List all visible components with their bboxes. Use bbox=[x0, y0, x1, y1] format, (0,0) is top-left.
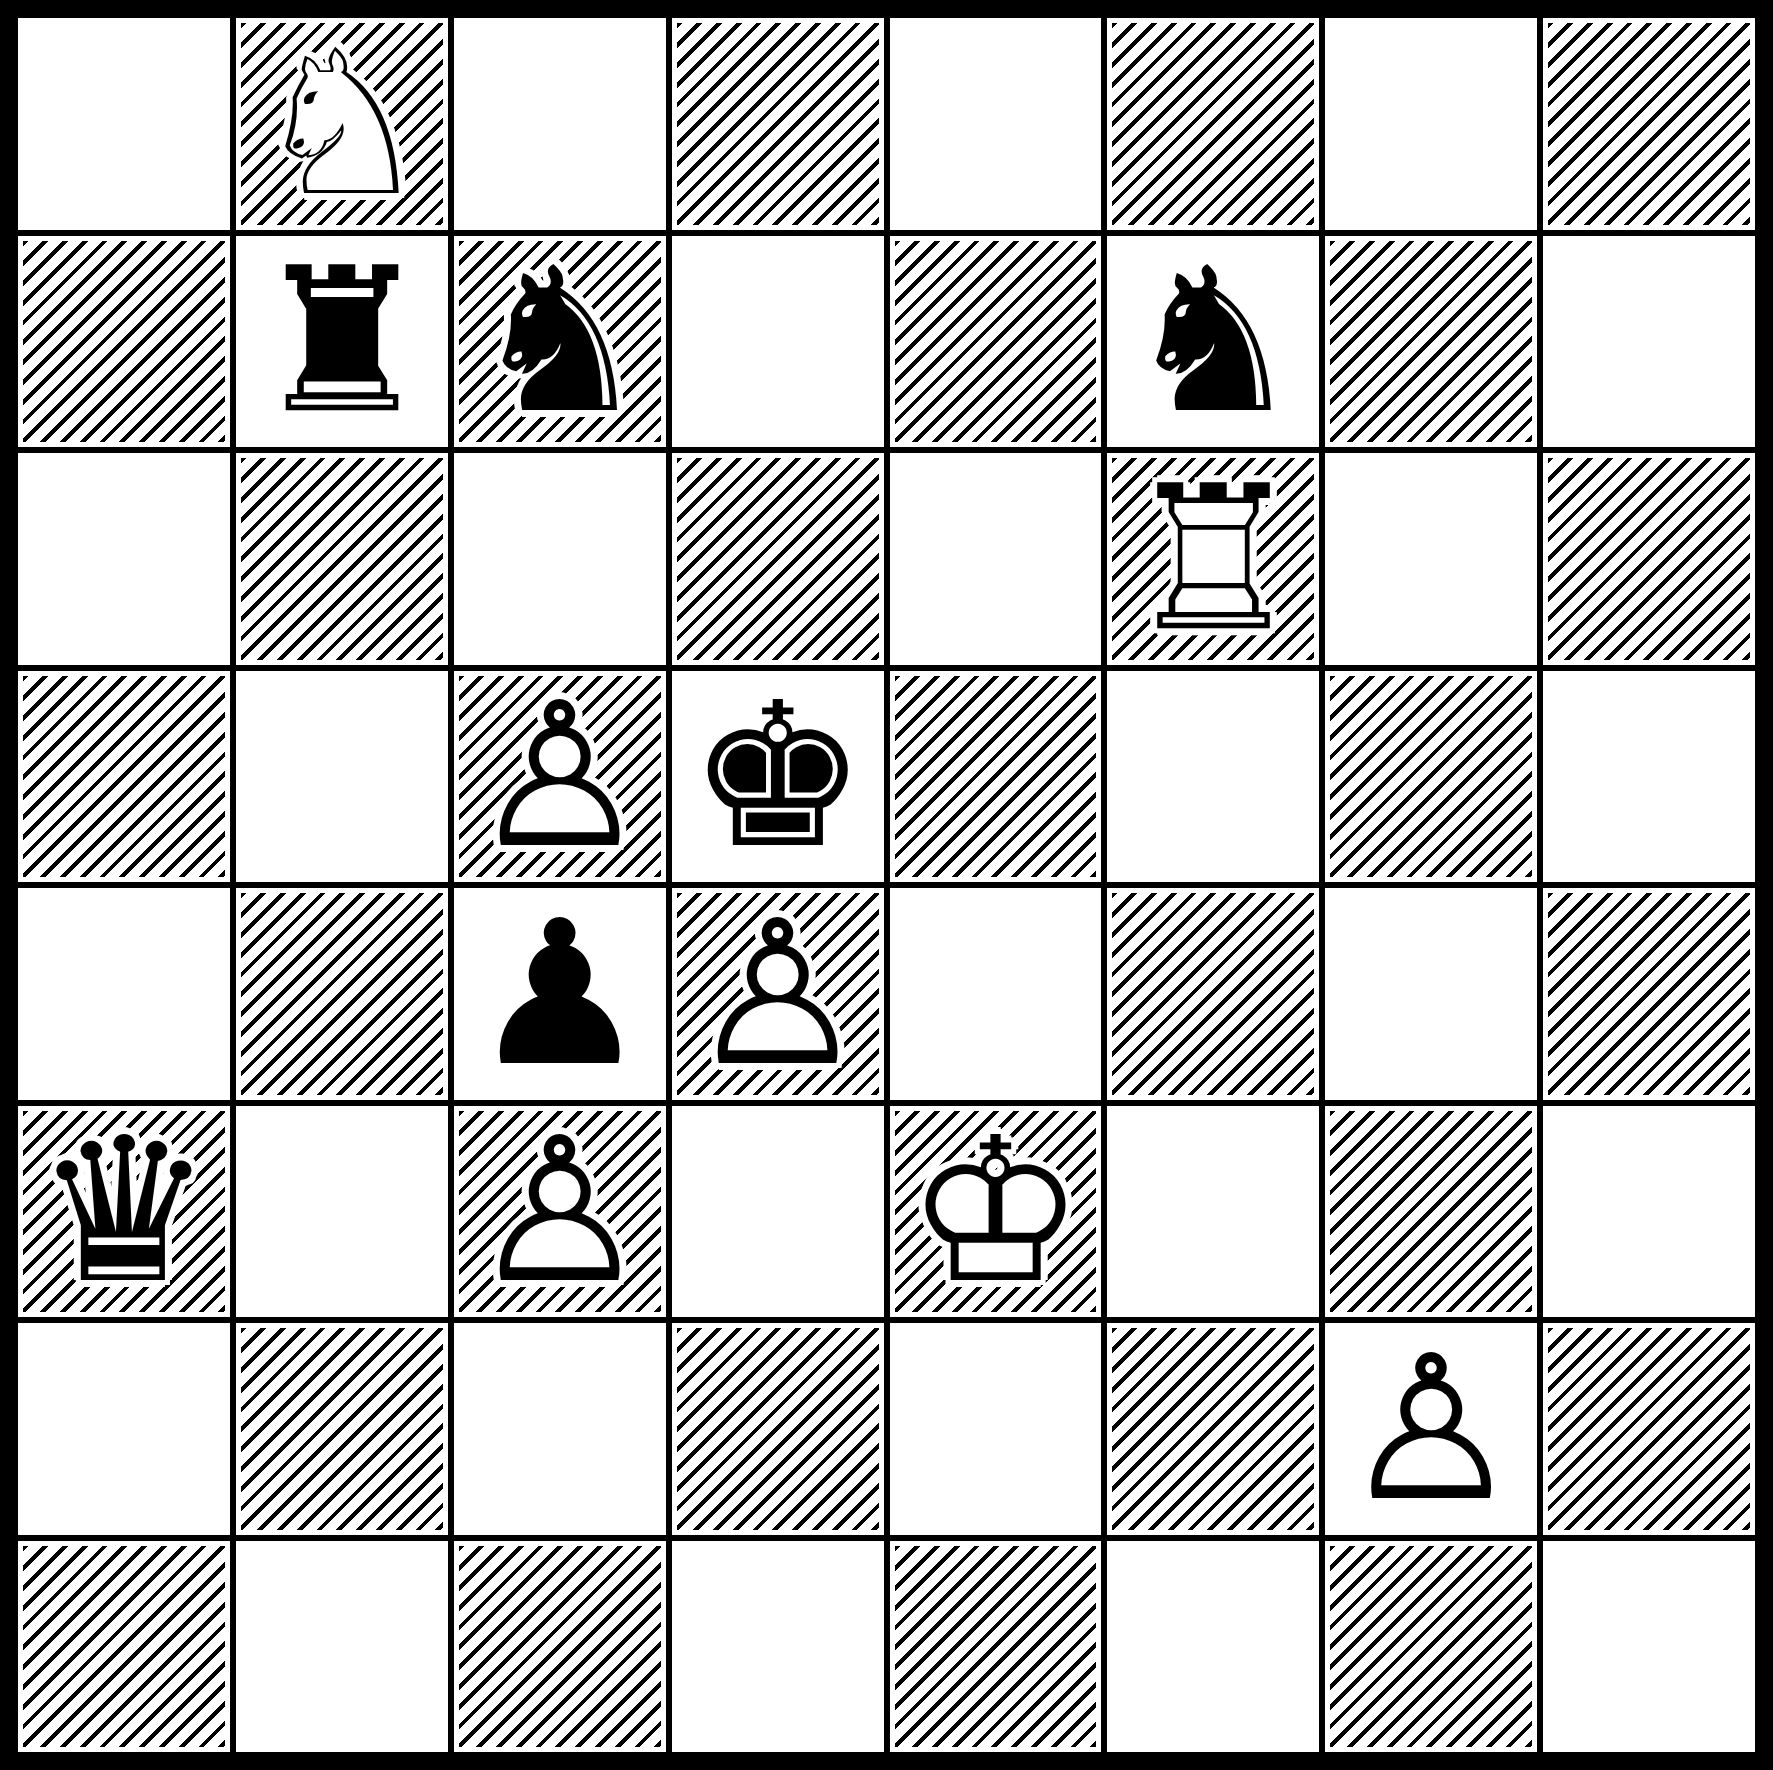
square-g1[interactable] bbox=[1322, 1538, 1540, 1756]
square-g6[interactable] bbox=[1322, 450, 1540, 668]
square-f1[interactable] bbox=[1104, 1538, 1322, 1756]
square-f5[interactable] bbox=[1104, 668, 1322, 886]
square-a2[interactable] bbox=[15, 1320, 233, 1538]
square-h7[interactable] bbox=[1540, 233, 1758, 451]
square-a8[interactable] bbox=[15, 15, 233, 233]
square-f4[interactable] bbox=[1104, 885, 1322, 1103]
square-h4[interactable] bbox=[1540, 885, 1758, 1103]
square-b1[interactable] bbox=[233, 1538, 451, 1756]
square-f2[interactable] bbox=[1104, 1320, 1322, 1538]
square-a3[interactable]: ♛ bbox=[15, 1103, 233, 1321]
white-rook-glyph: ♖ bbox=[1124, 459, 1303, 659]
square-h3[interactable] bbox=[1540, 1103, 1758, 1321]
square-b6[interactable] bbox=[233, 450, 451, 668]
square-h1[interactable] bbox=[1540, 1538, 1758, 1756]
square-a5[interactable] bbox=[15, 668, 233, 886]
square-c7[interactable]: ♞ bbox=[451, 233, 669, 451]
black-rook[interactable]: ♜ bbox=[241, 241, 443, 443]
square-a7[interactable] bbox=[15, 233, 233, 451]
square-g4[interactable] bbox=[1322, 885, 1540, 1103]
black-pawn[interactable]: ♟ bbox=[459, 893, 661, 1095]
square-h5[interactable] bbox=[1540, 668, 1758, 886]
black-knight[interactable]: ♞ bbox=[459, 241, 661, 443]
black-queen-glyph: ♛ bbox=[34, 1111, 213, 1311]
chess-board: ♞♘♜♞♞♜♖♟♙♚♟♟♙♛♟♙♚♔♟♙ bbox=[0, 0, 1773, 1770]
white-pawn[interactable]: ♟♙ bbox=[459, 676, 661, 878]
square-b8[interactable]: ♞♘ bbox=[233, 15, 451, 233]
white-pawn-glyph: ♙ bbox=[470, 676, 649, 876]
white-pawn-glyph: ♙ bbox=[470, 1111, 649, 1311]
square-g8[interactable] bbox=[1322, 15, 1540, 233]
square-f7[interactable]: ♞ bbox=[1104, 233, 1322, 451]
square-c4[interactable]: ♟ bbox=[451, 885, 669, 1103]
square-c5[interactable]: ♟♙ bbox=[451, 668, 669, 886]
square-d3[interactable] bbox=[669, 1103, 887, 1321]
square-h2[interactable] bbox=[1540, 1320, 1758, 1538]
white-pawn-glyph: ♙ bbox=[688, 894, 867, 1094]
square-d6[interactable] bbox=[669, 450, 887, 668]
square-a4[interactable] bbox=[15, 885, 233, 1103]
white-pawn[interactable]: ♟♙ bbox=[459, 1111, 661, 1313]
black-king-glyph: ♚ bbox=[688, 676, 867, 876]
square-g7[interactable] bbox=[1322, 233, 1540, 451]
square-b7[interactable]: ♜ bbox=[233, 233, 451, 451]
square-f8[interactable] bbox=[1104, 15, 1322, 233]
square-d1[interactable] bbox=[669, 1538, 887, 1756]
white-rook[interactable]: ♜♖ bbox=[1112, 458, 1314, 660]
square-d8[interactable] bbox=[669, 15, 887, 233]
square-e7[interactable] bbox=[887, 233, 1105, 451]
square-c3[interactable]: ♟♙ bbox=[451, 1103, 669, 1321]
square-d5[interactable]: ♚ bbox=[669, 668, 887, 886]
square-h8[interactable] bbox=[1540, 15, 1758, 233]
square-b4[interactable] bbox=[233, 885, 451, 1103]
black-rook-glyph: ♜ bbox=[252, 241, 431, 441]
square-e5[interactable] bbox=[887, 668, 1105, 886]
square-e1[interactable] bbox=[887, 1538, 1105, 1756]
square-c2[interactable] bbox=[451, 1320, 669, 1538]
white-king-glyph: ♔ bbox=[906, 1111, 1085, 1311]
square-e2[interactable] bbox=[887, 1320, 1105, 1538]
white-pawn[interactable]: ♟♙ bbox=[1330, 1328, 1532, 1530]
white-pawn-glyph: ♙ bbox=[1342, 1329, 1521, 1529]
square-d4[interactable]: ♟♙ bbox=[669, 885, 887, 1103]
square-e3[interactable]: ♚♔ bbox=[887, 1103, 1105, 1321]
white-king[interactable]: ♚♔ bbox=[895, 1111, 1097, 1313]
black-king[interactable]: ♚ bbox=[677, 676, 879, 878]
square-c8[interactable] bbox=[451, 15, 669, 233]
square-e8[interactable] bbox=[887, 15, 1105, 233]
black-knight-glyph: ♞ bbox=[470, 241, 649, 441]
square-b5[interactable] bbox=[233, 668, 451, 886]
white-knight-glyph: ♘ bbox=[252, 24, 431, 224]
square-g5[interactable] bbox=[1322, 668, 1540, 886]
square-c1[interactable] bbox=[451, 1538, 669, 1756]
white-knight[interactable]: ♞♘ bbox=[241, 23, 443, 225]
black-knight[interactable]: ♞ bbox=[1112, 241, 1314, 443]
square-a6[interactable] bbox=[15, 450, 233, 668]
square-c6[interactable] bbox=[451, 450, 669, 668]
black-pawn-glyph: ♟ bbox=[470, 894, 649, 1094]
square-d7[interactable] bbox=[669, 233, 887, 451]
black-knight-glyph: ♞ bbox=[1124, 241, 1303, 441]
square-a1[interactable] bbox=[15, 1538, 233, 1756]
square-e4[interactable] bbox=[887, 885, 1105, 1103]
black-queen[interactable]: ♛ bbox=[23, 1111, 225, 1313]
white-pawn[interactable]: ♟♙ bbox=[677, 893, 879, 1095]
square-f3[interactable] bbox=[1104, 1103, 1322, 1321]
square-b2[interactable] bbox=[233, 1320, 451, 1538]
square-b3[interactable] bbox=[233, 1103, 451, 1321]
square-h6[interactable] bbox=[1540, 450, 1758, 668]
square-d2[interactable] bbox=[669, 1320, 887, 1538]
square-g3[interactable] bbox=[1322, 1103, 1540, 1321]
square-g2[interactable]: ♟♙ bbox=[1322, 1320, 1540, 1538]
square-e6[interactable] bbox=[887, 450, 1105, 668]
square-f6[interactable]: ♜♖ bbox=[1104, 450, 1322, 668]
